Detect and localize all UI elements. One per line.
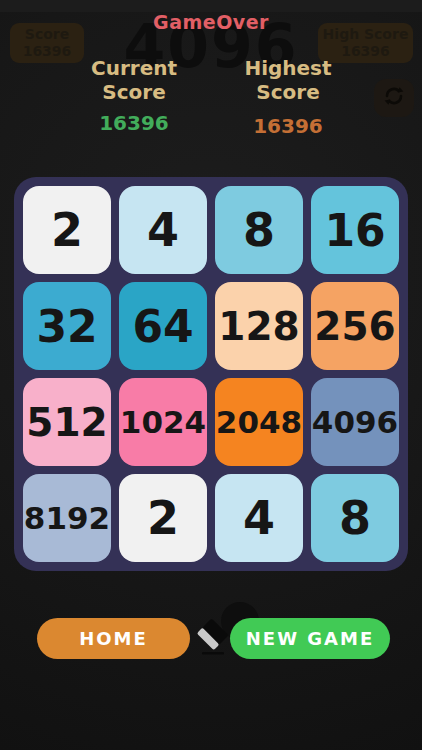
tile-8: 8: [311, 474, 399, 562]
tile-16: 16: [311, 186, 399, 274]
scores-row: Current Score 16396 Highest Score 16396: [0, 56, 422, 138]
current-score-value: 16396: [59, 111, 209, 135]
eraser-icon: [196, 619, 230, 661]
tile-512: 512: [23, 378, 111, 466]
tile-1024: 1024: [119, 378, 207, 466]
home-button[interactable]: HOME: [37, 618, 190, 659]
board[interactable]: 2481632641282565121024204840968192248: [14, 177, 408, 571]
tile-4: 4: [215, 474, 303, 562]
current-score-label: Current Score: [59, 56, 209, 104]
tile-4096: 4096: [311, 378, 399, 466]
tile-2: 2: [23, 186, 111, 274]
tile-32: 32: [23, 282, 111, 370]
current-score-block: Current Score 16396: [59, 56, 209, 138]
game-screen: 4096 Score 16396 High Score 16396 GameOv…: [0, 0, 422, 750]
tile-4: 4: [119, 186, 207, 274]
tile-256: 256: [311, 282, 399, 370]
tile-2048: 2048: [215, 378, 303, 466]
gameover-title: GameOver: [0, 11, 422, 33]
tile-8: 8: [215, 186, 303, 274]
tile-64: 64: [119, 282, 207, 370]
highest-score-block: Highest Score 16396: [213, 56, 363, 138]
eraser-button[interactable]: [196, 621, 230, 659]
tile-128: 128: [215, 282, 303, 370]
new-game-button[interactable]: NEW GAME: [230, 618, 390, 659]
tile-8192: 8192: [23, 474, 111, 562]
highest-score-value: 16396: [213, 114, 363, 138]
highest-score-label: Highest Score: [213, 56, 363, 104]
tile-2: 2: [119, 474, 207, 562]
